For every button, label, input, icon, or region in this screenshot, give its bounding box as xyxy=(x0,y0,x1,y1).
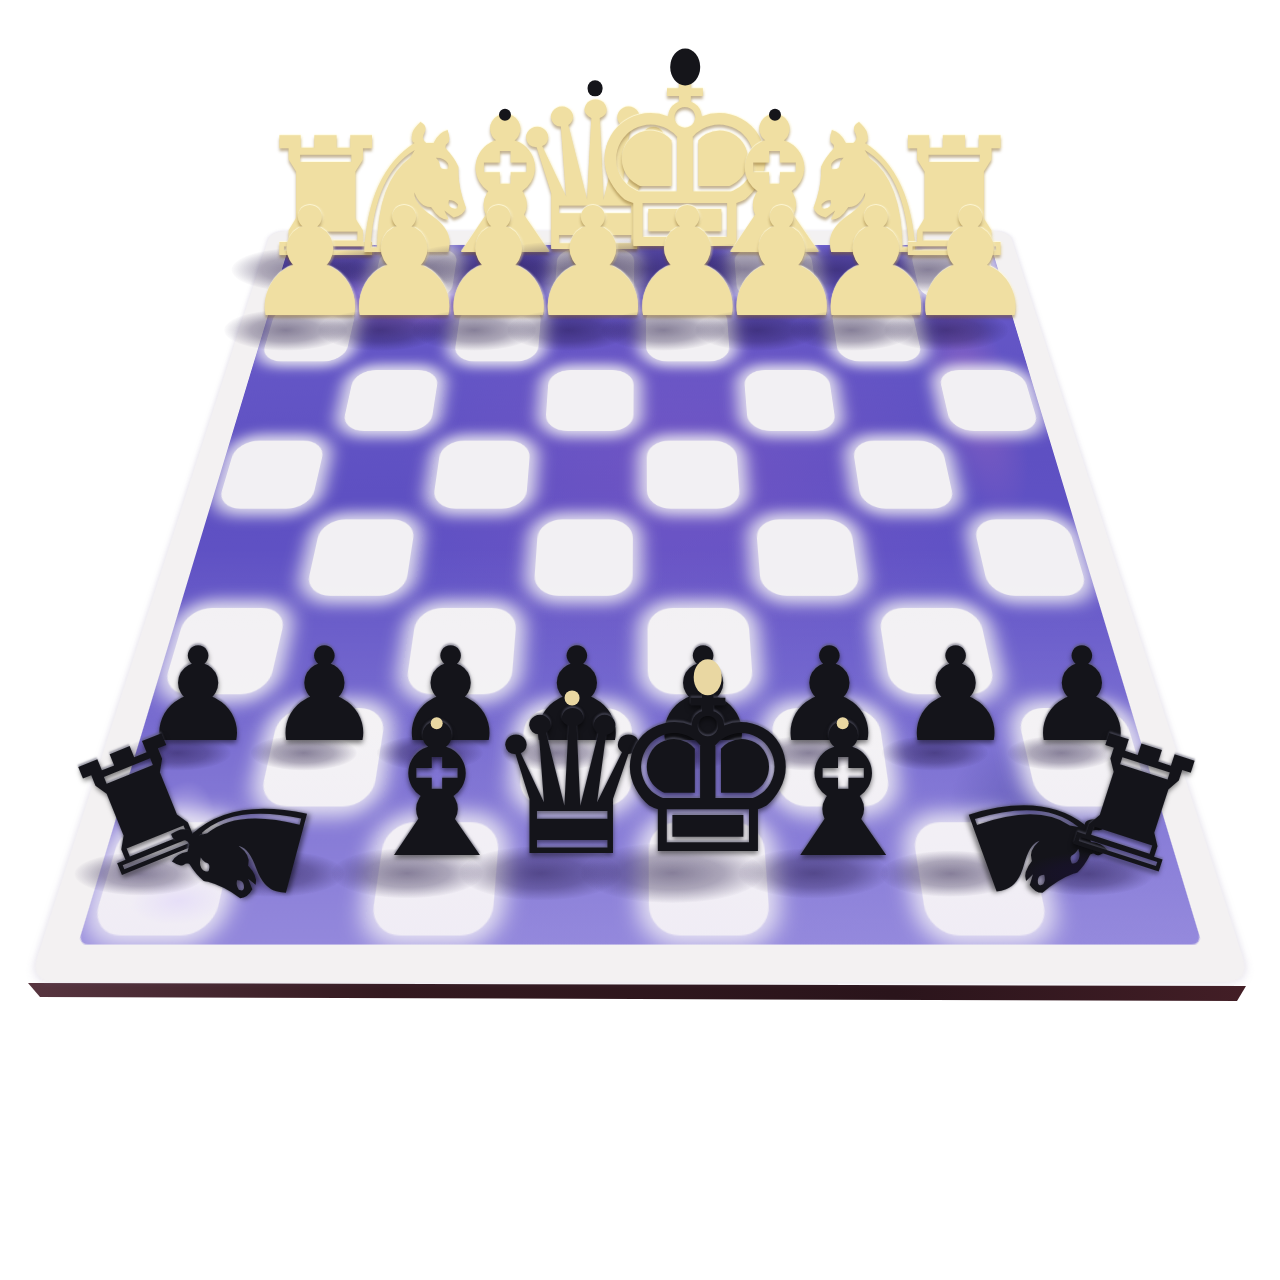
rook-glyph: ♜ xyxy=(1040,709,1225,905)
finial-tip xyxy=(565,690,580,705)
finial-tip xyxy=(693,659,722,695)
finial-tip xyxy=(431,717,443,729)
pawn-glyph: ♟ xyxy=(903,189,1038,340)
black-rook-2[interactable]: ♜ xyxy=(1042,724,1185,884)
knight-glyph: ♞ xyxy=(135,749,342,943)
photo-canvas: ♜♞♝♛♚♝♞♜♟♟♟♟♟♟♟♟♟♟♟♟♟♟♟♟♜♞♝♛♚♝♞♜ xyxy=(0,0,1280,1280)
pieces-layer: ♜♞♝♛♚♝♞♜♟♟♟♟♟♟♟♟♟♟♟♟♟♟♟♟♜♞♝♛♚♝♞♜ xyxy=(0,0,1280,1280)
white-pawn-8[interactable]: ♟ xyxy=(903,189,1038,340)
finial-tip xyxy=(769,108,781,120)
black-knight-2[interactable]: ♞ xyxy=(901,711,1056,884)
finial-tip xyxy=(837,717,849,729)
